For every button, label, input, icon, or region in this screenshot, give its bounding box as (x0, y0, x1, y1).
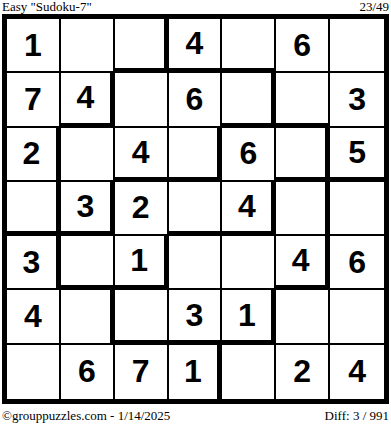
page-header: Easy "Sudoku-7" 23/49 (0, 0, 391, 14)
cell-r1c6: 6 (276, 19, 330, 73)
cell-r7c3: 7 (115, 345, 169, 399)
cell-r5c1: 3 (7, 236, 61, 290)
cell-r1c4: 4 (169, 19, 223, 73)
cell-r4c5: 4 (222, 182, 276, 236)
cell-r7c5[interactable] (222, 345, 276, 399)
cell-r6c7[interactable] (330, 290, 384, 344)
cell-r6c4: 3 (169, 290, 223, 344)
cell-r2c7: 3 (330, 73, 384, 127)
copyright-text: ©grouppuzzles.com - 1/14/2025 (2, 409, 170, 423)
cell-r3c7: 5 (330, 128, 384, 182)
cell-r1c2[interactable] (61, 19, 115, 73)
cell-r3c6[interactable] (276, 128, 330, 182)
cell-r5c7: 6 (330, 236, 384, 290)
cell-r4c6[interactable] (276, 182, 330, 236)
cell-r7c2: 6 (61, 345, 115, 399)
cell-r5c2[interactable] (61, 236, 115, 290)
cell-r7c4: 1 (169, 345, 223, 399)
puzzle-title: Easy "Sudoku-7" (2, 0, 92, 14)
cell-r3c3: 4 (115, 128, 169, 182)
cell-r2c6[interactable] (276, 73, 330, 127)
cell-r5c6: 4 (276, 236, 330, 290)
cell-r5c4[interactable] (169, 236, 223, 290)
cell-r2c1: 7 (7, 73, 61, 127)
cell-r6c2[interactable] (61, 290, 115, 344)
cell-r7c7: 4 (330, 345, 384, 399)
cell-r6c6[interactable] (276, 290, 330, 344)
cell-r2c5[interactable] (222, 73, 276, 127)
cell-r7c1[interactable] (7, 345, 61, 399)
cell-r6c5: 1 (222, 290, 276, 344)
cell-r1c1: 1 (7, 19, 61, 73)
cell-r4c4[interactable] (169, 182, 223, 236)
cell-r2c4: 6 (169, 73, 223, 127)
cell-r2c3[interactable] (115, 73, 169, 127)
cell-r4c7[interactable] (330, 182, 384, 236)
cell-r5c5[interactable] (222, 236, 276, 290)
cell-r3c2[interactable] (61, 128, 115, 182)
cell-r1c3[interactable] (115, 19, 169, 73)
cell-r3c1: 2 (7, 128, 61, 182)
cell-r6c3[interactable] (115, 290, 169, 344)
cell-r7c6: 2 (276, 345, 330, 399)
page-footer: ©grouppuzzles.com - 1/14/2025 Diff: 3 / … (0, 404, 391, 423)
cell-r5c3: 1 (115, 236, 169, 290)
cell-r6c1: 4 (7, 290, 61, 344)
cell-r3c4[interactable] (169, 128, 223, 182)
sudoku-grid: 14674632465324314643167124 (2, 14, 389, 404)
cell-r4c3: 2 (115, 182, 169, 236)
cell-r2c2: 4 (61, 73, 115, 127)
puzzle-counter: 23/49 (359, 0, 389, 14)
difficulty-text: Diff: 3 / 991 (325, 409, 389, 423)
cell-r4c2: 3 (61, 182, 115, 236)
cell-r4c1[interactable] (7, 182, 61, 236)
cell-r1c5[interactable] (222, 19, 276, 73)
cell-r1c7[interactable] (330, 19, 384, 73)
cell-r3c5: 6 (222, 128, 276, 182)
